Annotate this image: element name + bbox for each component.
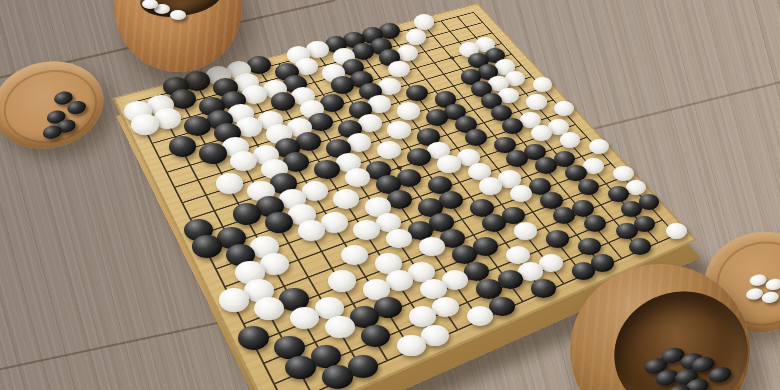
black-stone: [407, 148, 431, 166]
black-stone: [578, 179, 599, 195]
black-stone: [314, 160, 340, 179]
black-stone: [553, 207, 576, 224]
white-stone: [526, 94, 546, 110]
black-stone: [322, 365, 353, 388]
white-stone: [170, 10, 186, 20]
white-stone: [613, 166, 634, 182]
white-stone: [333, 189, 359, 209]
black-stone: [238, 326, 269, 350]
white-stone: [387, 121, 410, 139]
black-stone: [271, 92, 296, 111]
white-stone: [560, 132, 581, 148]
black-stone: [285, 356, 316, 380]
white-stone: [419, 237, 445, 256]
white-stone: [377, 141, 401, 159]
white-stone: [216, 173, 244, 194]
black-stone: [265, 212, 293, 233]
black-stone: [42, 124, 63, 141]
black-stone: [199, 143, 226, 164]
black-stone: [506, 150, 528, 167]
white-stone: [589, 139, 609, 155]
white-stone: [514, 222, 538, 240]
white-stone: [397, 102, 420, 119]
white-stone: [353, 220, 379, 240]
black-stone: [465, 129, 487, 146]
black-stone: [233, 203, 261, 224]
white-stone: [414, 14, 434, 29]
black-stone: [535, 157, 557, 173]
white-stone: [666, 223, 687, 239]
white-stone: [406, 29, 427, 45]
white-stone: [761, 290, 780, 304]
white-stone: [467, 306, 493, 326]
black-stone: [621, 201, 642, 217]
white-stone: [479, 177, 502, 195]
white-stone: [397, 335, 425, 357]
white-stone-bowl: [114, 0, 242, 72]
black-stone: [406, 85, 428, 102]
black-stone: [184, 116, 211, 136]
black-stone: [169, 136, 197, 157]
black-stone: [426, 109, 448, 126]
white-stone: [510, 185, 533, 202]
white-stone: [341, 245, 368, 266]
white-stone: [397, 45, 418, 61]
white-stone: [219, 288, 250, 311]
white-stone: [437, 155, 460, 173]
black-stone: [565, 165, 586, 181]
black-stone: [361, 325, 390, 347]
go-scene: [0, 0, 780, 390]
black-stone: [482, 214, 506, 232]
black-stone: [616, 223, 638, 240]
black-stone: [572, 262, 595, 280]
white-stone: [290, 307, 320, 330]
black-stone: [192, 235, 222, 258]
white-stone: [531, 125, 552, 141]
black-stone: [331, 76, 354, 94]
black-stone: [629, 238, 651, 255]
black-stone: [578, 238, 601, 255]
white-stone: [328, 270, 356, 291]
white-stone: [325, 316, 354, 338]
black-stone: [476, 279, 502, 298]
white-stone: [554, 101, 574, 116]
black-stone: [546, 230, 569, 248]
white-stone: [230, 151, 257, 171]
white-stone: [298, 220, 325, 241]
black-stone: [352, 43, 374, 60]
white-stone: [533, 77, 553, 92]
black-stone: [584, 215, 606, 232]
bowl-white-stones: [114, 0, 242, 72]
white-stone: [254, 297, 284, 320]
black-stone: [608, 186, 629, 202]
black-stone: [502, 118, 523, 134]
white-stone: [386, 229, 412, 249]
white-stone: [409, 306, 437, 327]
black-stone: [531, 279, 556, 298]
white-stone: [388, 61, 410, 78]
white-stone: [765, 278, 780, 292]
white-stone: [345, 168, 370, 187]
white-stone: [131, 114, 159, 135]
